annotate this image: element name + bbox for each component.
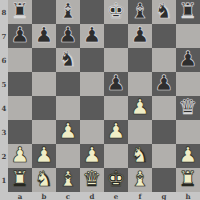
- square-g4[interactable]: [152, 96, 176, 120]
- square-e7[interactable]: [104, 24, 128, 48]
- black-pawn-f7[interactable]: ♟: [131, 24, 150, 47]
- square-e3[interactable]: ♟: [104, 120, 128, 144]
- square-e5[interactable]: ♟: [104, 72, 128, 96]
- black-knight-g8[interactable]: ♞: [155, 0, 174, 23]
- square-d8[interactable]: [80, 0, 104, 24]
- square-h2[interactable]: ♟: [176, 144, 200, 168]
- square-d7[interactable]: ♟: [80, 24, 104, 48]
- black-rook-h8[interactable]: ♜: [179, 0, 198, 23]
- square-a4[interactable]: [8, 96, 32, 120]
- square-g1[interactable]: [152, 168, 176, 192]
- square-b5[interactable]: [32, 72, 56, 96]
- square-g3[interactable]: [152, 120, 176, 144]
- square-d1[interactable]: ♛: [80, 168, 104, 192]
- square-f4[interactable]: ♟: [128, 96, 152, 120]
- white-knight-f2[interactable]: ♞: [131, 144, 150, 167]
- square-h1[interactable]: ♜: [176, 168, 200, 192]
- black-pawn-h6[interactable]: ♟: [179, 48, 198, 71]
- square-f6[interactable]: [128, 48, 152, 72]
- white-pawn-h2[interactable]: ♟: [179, 144, 198, 167]
- white-pawn-b2[interactable]: ♟: [35, 144, 54, 167]
- white-pawn-e3[interactable]: ♟: [107, 120, 126, 143]
- square-c8[interactable]: ♝: [56, 0, 80, 24]
- rank-label-6: 6: [0, 48, 8, 72]
- square-e4[interactable]: [104, 96, 128, 120]
- square-b8[interactable]: [32, 0, 56, 24]
- square-e1[interactable]: ♚: [104, 168, 128, 192]
- white-pawn-a2[interactable]: ♟: [11, 144, 30, 167]
- file-label-e: e: [104, 192, 128, 200]
- square-f5[interactable]: [128, 72, 152, 96]
- white-pawn-d2[interactable]: ♟: [83, 144, 102, 167]
- square-a2[interactable]: ♟: [8, 144, 32, 168]
- square-a6[interactable]: [8, 48, 32, 72]
- rank-label-4: 4: [0, 96, 8, 120]
- square-c2[interactable]: [56, 144, 80, 168]
- white-pawn-c3[interactable]: ♟: [59, 120, 78, 143]
- white-pawn-f4[interactable]: ♟: [131, 96, 150, 119]
- black-pawn-e5[interactable]: ♟: [107, 72, 126, 95]
- square-c7[interactable]: ♟: [56, 24, 80, 48]
- black-pawn-d7[interactable]: ♟: [83, 24, 102, 47]
- square-g5[interactable]: ♟: [152, 72, 176, 96]
- square-c6[interactable]: ♞: [56, 48, 80, 72]
- square-b1[interactable]: ♞: [32, 168, 56, 192]
- white-bishop-c1[interactable]: ♝: [59, 168, 78, 191]
- black-pawn-a7[interactable]: ♟: [11, 24, 30, 47]
- square-a1[interactable]: ♜: [8, 168, 32, 192]
- black-rook-a8[interactable]: ♜: [11, 0, 30, 23]
- rank-label-5: 5: [0, 72, 8, 96]
- square-g7[interactable]: [152, 24, 176, 48]
- square-d2[interactable]: ♟: [80, 144, 104, 168]
- square-a3[interactable]: [8, 120, 32, 144]
- square-h3[interactable]: [176, 120, 200, 144]
- white-bishop-f1[interactable]: ♝: [131, 168, 150, 191]
- white-rook-a1[interactable]: ♜: [11, 168, 30, 191]
- rank-label-1: 1: [0, 168, 8, 192]
- square-g2[interactable]: [152, 144, 176, 168]
- square-c4[interactable]: [56, 96, 80, 120]
- square-g8[interactable]: ♞: [152, 0, 176, 24]
- file-label-c: c: [56, 192, 80, 200]
- black-queen-h4[interactable]: ♛: [179, 96, 198, 119]
- black-pawn-c7[interactable]: ♟: [59, 24, 78, 47]
- square-c5[interactable]: [56, 72, 80, 96]
- square-b4[interactable]: [32, 96, 56, 120]
- square-b2[interactable]: ♟: [32, 144, 56, 168]
- white-queen-d1[interactable]: ♛: [83, 168, 102, 191]
- file-label-a: a: [8, 192, 32, 200]
- black-pawn-g5[interactable]: ♟: [155, 72, 174, 95]
- square-a5[interactable]: [8, 72, 32, 96]
- black-bishop-f8[interactable]: ♝: [131, 0, 150, 23]
- file-label-g: g: [152, 192, 176, 200]
- black-king-e8[interactable]: ♚: [107, 0, 126, 23]
- square-e2[interactable]: [104, 144, 128, 168]
- square-f1[interactable]: ♝: [128, 168, 152, 192]
- square-f2[interactable]: ♞: [128, 144, 152, 168]
- square-b7[interactable]: ♟: [32, 24, 56, 48]
- square-d5[interactable]: [80, 72, 104, 96]
- file-label-d: d: [80, 192, 104, 200]
- square-e6[interactable]: [104, 48, 128, 72]
- file-label-f: f: [128, 192, 152, 200]
- square-f8[interactable]: ♝: [128, 0, 152, 24]
- square-a8[interactable]: ♜: [8, 0, 32, 24]
- rank-label-2: 2: [0, 144, 8, 168]
- white-king-e1[interactable]: ♚: [107, 168, 126, 191]
- square-f7[interactable]: ♟: [128, 24, 152, 48]
- square-b3[interactable]: [32, 120, 56, 144]
- board-corner: [0, 192, 8, 200]
- square-d3[interactable]: [80, 120, 104, 144]
- square-e8[interactable]: ♚: [104, 0, 128, 24]
- square-h8[interactable]: ♜: [176, 0, 200, 24]
- square-g6[interactable]: [152, 48, 176, 72]
- chess-board: 8♜♝♚♝♞♜7♟♟♟♟♟6♞♟5♟♟4♟♛3♟♟2♟♟♟♞♟1♜♞♝♛♚♝♜a…: [0, 0, 200, 200]
- square-c3[interactable]: ♟: [56, 120, 80, 144]
- file-label-h: h: [176, 192, 200, 200]
- file-label-b: b: [32, 192, 56, 200]
- square-f3[interactable]: [128, 120, 152, 144]
- square-a7[interactable]: ♟: [8, 24, 32, 48]
- white-rook-h1[interactable]: ♜: [179, 168, 198, 191]
- square-h7[interactable]: [176, 24, 200, 48]
- square-c1[interactable]: ♝: [56, 168, 80, 192]
- square-h5[interactable]: [176, 72, 200, 96]
- square-b6[interactable]: [32, 48, 56, 72]
- white-knight-b1[interactable]: ♞: [35, 168, 54, 191]
- black-pawn-b7[interactable]: ♟: [35, 24, 54, 47]
- square-d4[interactable]: [80, 96, 104, 120]
- square-d6[interactable]: [80, 48, 104, 72]
- square-h4[interactable]: ♛: [176, 96, 200, 120]
- black-bishop-c8[interactable]: ♝: [59, 0, 78, 23]
- square-h6[interactable]: ♟: [176, 48, 200, 72]
- rank-label-7: 7: [0, 24, 8, 48]
- rank-label-8: 8: [0, 0, 8, 24]
- black-knight-c6[interactable]: ♞: [59, 48, 78, 71]
- rank-label-3: 3: [0, 120, 8, 144]
